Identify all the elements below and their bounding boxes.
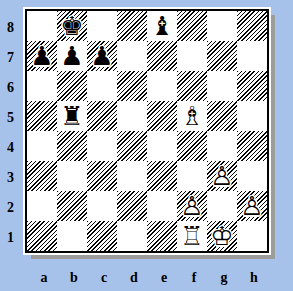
black-pawn-glyph: ♟: [87, 41, 117, 71]
square-e5: [147, 101, 177, 131]
square-d3: [117, 161, 147, 191]
square-h3: [237, 161, 267, 191]
square-e2: [147, 191, 177, 221]
square-b2: [57, 191, 87, 221]
square-e4: [147, 131, 177, 161]
square-a6: [27, 71, 57, 101]
white-pawn-outline: ♙: [177, 191, 207, 221]
square-e1: [147, 221, 177, 251]
square-g8: [207, 11, 237, 41]
square-f6: [177, 71, 207, 101]
black-pawn: ♟: [27, 41, 57, 71]
black-pawn: ♟: [57, 41, 87, 71]
square-d2: [117, 191, 147, 221]
rank-label-4: 4: [0, 133, 21, 163]
square-h1: [237, 221, 267, 251]
square-b3: [57, 161, 87, 191]
square-a2: [27, 191, 57, 221]
square-g6: [207, 71, 237, 101]
square-f7: [177, 41, 207, 71]
rank-label-8: 8: [0, 13, 21, 43]
square-c3: [87, 161, 117, 191]
square-h6: [237, 71, 267, 101]
square-a1: [27, 221, 57, 251]
square-b4: [57, 131, 87, 161]
square-d4: [117, 131, 147, 161]
black-rook: ♜: [57, 101, 87, 131]
file-label-g: g: [209, 268, 239, 288]
square-g1: ♚♔: [207, 221, 237, 251]
black-bishop-glyph: ♝: [147, 11, 177, 41]
square-e7: [147, 41, 177, 71]
square-b8: ♚: [57, 11, 87, 41]
square-a3: [27, 161, 57, 191]
square-c4: [87, 131, 117, 161]
square-c6: [87, 71, 117, 101]
square-e3: [147, 161, 177, 191]
file-label-d: d: [119, 268, 149, 288]
white-pawn-outline: ♙: [237, 191, 267, 221]
square-a8: [27, 11, 57, 41]
square-e8: ♝: [147, 11, 177, 41]
black-pawn: ♟: [87, 41, 117, 71]
black-bishop: ♝: [147, 11, 177, 41]
square-c7: ♟: [87, 41, 117, 71]
square-g3: ♟♙: [207, 161, 237, 191]
square-g2: [207, 191, 237, 221]
file-label-b: b: [59, 268, 89, 288]
rank-label-5: 5: [0, 103, 21, 133]
square-f3: [177, 161, 207, 191]
square-d5: [117, 101, 147, 131]
black-rook-glyph: ♜: [57, 101, 87, 131]
square-d8: [117, 11, 147, 41]
square-b7: ♟: [57, 41, 87, 71]
square-g5: [207, 101, 237, 131]
rank-label-6: 6: [0, 73, 21, 103]
white-pawn: ♟♙: [237, 191, 267, 221]
square-a4: [27, 131, 57, 161]
white-rook: ♜♖: [177, 221, 207, 251]
square-g4: [207, 131, 237, 161]
white-pawn: ♟♙: [207, 161, 237, 191]
white-bishop: ♝♗: [177, 101, 207, 131]
file-label-e: e: [149, 268, 179, 288]
page: 87654321 ♚♝♟♟♟♜♝♗♟♙♟♙♟♙♜♖♚♔ abcdefgh: [0, 0, 293, 291]
square-f1: ♜♖: [177, 221, 207, 251]
black-pawn-glyph: ♟: [27, 41, 57, 71]
rank-label-1: 1: [0, 223, 21, 253]
file-label-h: h: [239, 268, 269, 288]
square-c2: [87, 191, 117, 221]
file-label-c: c: [89, 268, 119, 288]
file-label-f: f: [179, 268, 209, 288]
square-e6: [147, 71, 177, 101]
square-h8: [237, 11, 267, 41]
square-d7: [117, 41, 147, 71]
square-f4: [177, 131, 207, 161]
rank-label-2: 2: [0, 193, 21, 223]
white-pawn: ♟♙: [177, 191, 207, 221]
white-rook-outline: ♖: [177, 221, 207, 251]
white-pawn-outline: ♙: [207, 161, 237, 191]
square-c5: [87, 101, 117, 131]
rank-label-3: 3: [0, 163, 21, 193]
chess-board: ♚♝♟♟♟♜♝♗♟♙♟♙♟♙♜♖♚♔: [27, 11, 267, 251]
square-g7: [207, 41, 237, 71]
square-a5: [27, 101, 57, 131]
white-king: ♚♔: [207, 221, 237, 251]
square-f2: ♟♙: [177, 191, 207, 221]
square-h5: [237, 101, 267, 131]
black-king-glyph: ♚: [57, 11, 87, 41]
file-label-a: a: [29, 268, 59, 288]
square-b5: ♜: [57, 101, 87, 131]
black-pawn-glyph: ♟: [57, 41, 87, 71]
rank-label-7: 7: [0, 43, 21, 73]
square-c1: [87, 221, 117, 251]
square-h2: ♟♙: [237, 191, 267, 221]
square-f8: [177, 11, 207, 41]
square-b6: [57, 71, 87, 101]
square-h4: [237, 131, 267, 161]
black-king: ♚: [57, 11, 87, 41]
square-d1: [117, 221, 147, 251]
white-king-outline: ♔: [207, 221, 237, 251]
white-bishop-outline: ♗: [177, 101, 207, 131]
square-c8: [87, 11, 117, 41]
square-b1: [57, 221, 87, 251]
square-a7: ♟: [27, 41, 57, 71]
board-frame: ♚♝♟♟♟♜♝♗♟♙♟♙♟♙♜♖♚♔: [25, 9, 269, 253]
square-d6: [117, 71, 147, 101]
square-h7: [237, 41, 267, 71]
square-f5: ♝♗: [177, 101, 207, 131]
